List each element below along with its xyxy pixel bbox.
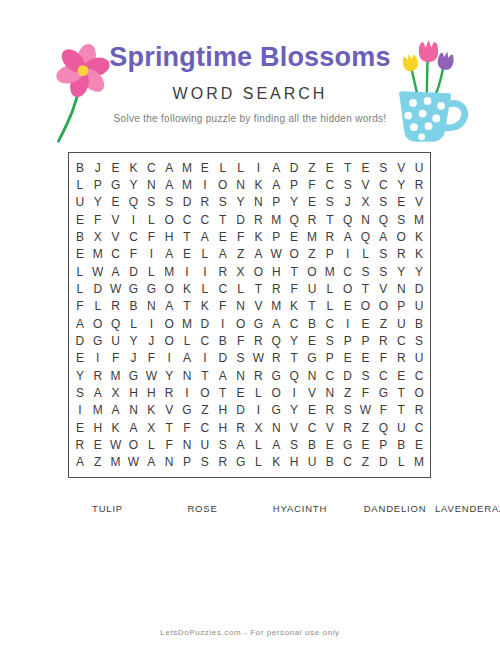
grid-cell[interactable]: O (232, 315, 250, 332)
grid-cell[interactable]: Y (125, 176, 143, 193)
grid-cell[interactable]: L (392, 454, 410, 471)
grid-cell[interactable]: C (321, 176, 339, 193)
grid-cell[interactable]: L (125, 315, 143, 332)
grid-cell[interactable]: A (214, 246, 232, 263)
grid-cell[interactable]: R (321, 228, 339, 245)
grid-cell[interactable]: H (285, 454, 303, 471)
grid-cell[interactable]: K (178, 280, 196, 297)
grid-cell[interactable]: O (392, 228, 410, 245)
grid-cell[interactable]: G (267, 367, 285, 384)
grid-cell[interactable]: N (178, 367, 196, 384)
grid-cell[interactable]: S (321, 332, 339, 349)
grid-cell[interactable]: G (374, 384, 392, 401)
grid-cell[interactable]: C (303, 419, 321, 436)
grid-cell[interactable]: W (142, 367, 160, 384)
grid-cell[interactable]: A (339, 228, 357, 245)
grid-cell[interactable]: I (196, 176, 214, 193)
grid-cell[interactable]: X (357, 194, 375, 211)
grid-cell[interactable]: F (125, 246, 143, 263)
grid-cell[interactable]: M (89, 246, 107, 263)
grid-cell[interactable]: R (160, 384, 178, 401)
grid-cell[interactable]: O (125, 436, 143, 453)
grid-cell[interactable]: S (339, 176, 357, 193)
grid-cell[interactable]: R (339, 419, 357, 436)
grid-cell[interactable]: K (410, 228, 428, 245)
grid-cell[interactable]: P (178, 454, 196, 471)
grid-cell[interactable]: E (357, 350, 375, 367)
grid-cell[interactable]: R (392, 350, 410, 367)
grid-cell[interactable]: N (232, 367, 250, 384)
grid-cell[interactable]: W (267, 246, 285, 263)
grid-cell[interactable]: N (357, 211, 375, 228)
grid-cell[interactable]: C (125, 228, 143, 245)
grid-cell[interactable]: A (267, 176, 285, 193)
grid-cell[interactable]: L (71, 176, 89, 193)
grid-cell[interactable]: I (89, 350, 107, 367)
grid-cell[interactable]: U (107, 332, 125, 349)
grid-cell[interactable]: M (303, 228, 321, 245)
grid-cell[interactable]: F (142, 350, 160, 367)
grid-cell[interactable]: H (267, 263, 285, 280)
grid-cell[interactable]: M (160, 263, 178, 280)
grid-cell[interactable]: T (339, 159, 357, 176)
grid-cell[interactable]: K (107, 419, 125, 436)
grid-cell[interactable]: I (339, 315, 357, 332)
grid-cell[interactable]: S (71, 384, 89, 401)
grid-cell[interactable]: M (178, 176, 196, 193)
grid-cell[interactable]: L (321, 280, 339, 297)
grid-cell[interactable]: O (339, 280, 357, 297)
grid-cell[interactable]: I (339, 246, 357, 263)
grid-cell[interactable]: E (89, 436, 107, 453)
grid-cell[interactable]: A (267, 159, 285, 176)
grid-cell[interactable]: F (178, 419, 196, 436)
grid-cell[interactable]: E (339, 350, 357, 367)
grid-cell[interactable]: A (160, 246, 178, 263)
grid-cell[interactable]: L (142, 436, 160, 453)
grid-cell[interactable]: K (196, 298, 214, 315)
grid-cell[interactable]: W (125, 454, 143, 471)
grid-cell[interactable]: C (107, 246, 125, 263)
grid-cell[interactable]: L (232, 159, 250, 176)
grid-cell[interactable]: M (178, 315, 196, 332)
grid-cell[interactable]: H (125, 384, 143, 401)
grid-cell[interactable]: N (267, 419, 285, 436)
grid-cell[interactable]: Q (374, 419, 392, 436)
grid-cell[interactable]: Y (160, 367, 178, 384)
grid-cell[interactable]: F (214, 298, 232, 315)
grid-cell[interactable]: T (392, 402, 410, 419)
grid-cell[interactable]: R (232, 419, 250, 436)
grid-cell[interactable]: U (410, 298, 428, 315)
grid-cell[interactable]: V (160, 402, 178, 419)
grid-cell[interactable]: V (285, 419, 303, 436)
grid-cell[interactable]: C (339, 454, 357, 471)
grid-cell[interactable]: V (250, 298, 268, 315)
grid-cell[interactable]: U (303, 280, 321, 297)
grid-cell[interactable]: S (374, 194, 392, 211)
grid-cell[interactable]: T (303, 298, 321, 315)
grid-cell[interactable]: C (178, 211, 196, 228)
grid-cell[interactable]: K (250, 228, 268, 245)
grid-cell[interactable]: I (71, 402, 89, 419)
grid-cell[interactable]: K (125, 159, 143, 176)
grid-cell[interactable]: E (410, 436, 428, 453)
grid-cell[interactable]: C (214, 280, 232, 297)
grid-cell[interactable]: I (142, 246, 160, 263)
grid-cell[interactable]: A (267, 436, 285, 453)
grid-cell[interactable]: S (285, 436, 303, 453)
grid-cell[interactable]: S (196, 454, 214, 471)
grid-cell[interactable]: L (142, 263, 160, 280)
grid-cell[interactable]: O (196, 384, 214, 401)
grid-cell[interactable]: E (303, 194, 321, 211)
grid-cell[interactable]: B (71, 228, 89, 245)
grid-cell[interactable]: L (357, 246, 375, 263)
grid-cell[interactable]: Y (71, 367, 89, 384)
grid-cell[interactable]: O (285, 246, 303, 263)
grid-cell[interactable]: P (267, 228, 285, 245)
grid-cell[interactable]: G (267, 402, 285, 419)
grid-cell[interactable]: U (410, 159, 428, 176)
grid-cell[interactable]: I (196, 350, 214, 367)
grid-cell[interactable]: I (250, 402, 268, 419)
grid-cell[interactable]: L (89, 298, 107, 315)
grid-cell[interactable]: O (160, 211, 178, 228)
grid-cell[interactable]: L (178, 332, 196, 349)
grid-cell[interactable]: E (196, 159, 214, 176)
grid-cell[interactable]: R (267, 350, 285, 367)
grid-cell[interactable]: T (357, 280, 375, 297)
grid-cell[interactable]: N (142, 298, 160, 315)
grid-cell[interactable]: B (303, 315, 321, 332)
grid-cell[interactable]: S (321, 194, 339, 211)
grid-cell[interactable]: D (196, 315, 214, 332)
grid-cell[interactable]: B (410, 315, 428, 332)
grid-cell[interactable]: X (250, 419, 268, 436)
grid-cell[interactable]: S (392, 211, 410, 228)
grid-cell[interactable]: T (196, 367, 214, 384)
grid-cell[interactable]: G (232, 454, 250, 471)
grid-cell[interactable]: Z (357, 419, 375, 436)
grid-cell[interactable]: E (303, 402, 321, 419)
grid-cell[interactable]: T (160, 419, 178, 436)
grid-cell[interactable]: D (339, 367, 357, 384)
grid-cell[interactable]: C (374, 367, 392, 384)
grid-cell[interactable]: J (125, 350, 143, 367)
grid-cell[interactable]: P (89, 176, 107, 193)
grid-cell[interactable]: Q (339, 211, 357, 228)
grid-cell[interactable]: R (250, 211, 268, 228)
grid-cell[interactable]: P (357, 332, 375, 349)
grid-cell[interactable]: R (267, 280, 285, 297)
grid-cell[interactable]: K (267, 454, 285, 471)
grid-cell[interactable]: D (214, 350, 232, 367)
grid-cell[interactable]: S (374, 246, 392, 263)
grid-cell[interactable]: X (89, 228, 107, 245)
grid-cell[interactable]: W (357, 402, 375, 419)
grid-cell[interactable]: G (303, 350, 321, 367)
grid-cell[interactable]: Z (339, 384, 357, 401)
grid-cell[interactable]: S (142, 194, 160, 211)
grid-cell[interactable]: C (196, 332, 214, 349)
grid-cell[interactable]: N (303, 367, 321, 384)
grid-cell[interactable]: I (250, 159, 268, 176)
grid-cell[interactable]: M (89, 402, 107, 419)
grid-cell[interactable]: M (178, 159, 196, 176)
grid-cell[interactable]: U (392, 419, 410, 436)
grid-cell[interactable]: E (357, 436, 375, 453)
grid-cell[interactable]: F (107, 350, 125, 367)
grid-cell[interactable]: P (374, 436, 392, 453)
grid-cell[interactable]: G (107, 176, 125, 193)
grid-cell[interactable]: E (357, 159, 375, 176)
grid-cell[interactable]: M (321, 263, 339, 280)
grid-cell[interactable]: U (410, 350, 428, 367)
grid-cell[interactable]: A (196, 228, 214, 245)
grid-cell[interactable]: D (232, 211, 250, 228)
grid-cell[interactable]: X (107, 384, 125, 401)
grid-cell[interactable]: P (321, 246, 339, 263)
grid-cell[interactable]: M (267, 298, 285, 315)
grid-cell[interactable]: A (232, 436, 250, 453)
grid-cell[interactable]: E (71, 419, 89, 436)
grid-cell[interactable]: K (410, 246, 428, 263)
grid-cell[interactable]: M (107, 367, 125, 384)
grid-cell[interactable]: G (125, 367, 143, 384)
grid-cell[interactable]: U (196, 436, 214, 453)
grid-cell[interactable]: V (107, 211, 125, 228)
grid-cell[interactable]: F (232, 332, 250, 349)
grid-cell[interactable]: Y (285, 194, 303, 211)
grid-cell[interactable]: N (232, 298, 250, 315)
grid-cell[interactable]: P (339, 332, 357, 349)
grid-cell[interactable]: Z (89, 454, 107, 471)
grid-cell[interactable]: V (321, 419, 339, 436)
grid-cell[interactable]: I (178, 384, 196, 401)
grid-cell[interactable]: T (285, 263, 303, 280)
grid-cell[interactable]: T (178, 228, 196, 245)
grid-cell[interactable]: F (71, 298, 89, 315)
grid-cell[interactable]: F (374, 350, 392, 367)
grid-cell[interactable]: Q (285, 211, 303, 228)
grid-cell[interactable]: R (392, 246, 410, 263)
grid-cell[interactable]: E (71, 350, 89, 367)
grid-cell[interactable]: R (214, 263, 232, 280)
grid-cell[interactable]: S (232, 350, 250, 367)
grid-cell[interactable]: C (285, 315, 303, 332)
grid-cell[interactable]: Y (392, 263, 410, 280)
grid-cell[interactable]: H (160, 228, 178, 245)
grid-cell[interactable]: S (357, 367, 375, 384)
grid-cell[interactable]: H (142, 384, 160, 401)
grid-cell[interactable]: L (250, 454, 268, 471)
grid-cell[interactable]: L (71, 280, 89, 297)
grid-cell[interactable]: B (392, 436, 410, 453)
grid-cell[interactable]: C (339, 263, 357, 280)
grid-cell[interactable]: A (125, 419, 143, 436)
grid-cell[interactable]: O (250, 263, 268, 280)
grid-cell[interactable]: I (160, 350, 178, 367)
grid-cell[interactable]: O (374, 298, 392, 315)
grid-cell[interactable]: A (178, 350, 196, 367)
grid-cell[interactable]: S (374, 263, 392, 280)
grid-cell[interactable]: R (214, 454, 232, 471)
grid-cell[interactable]: O (89, 315, 107, 332)
grid-cell[interactable]: N (250, 194, 268, 211)
grid-cell[interactable]: A (160, 298, 178, 315)
grid-cell[interactable]: R (303, 211, 321, 228)
grid-cell[interactable]: Y (285, 402, 303, 419)
grid-cell[interactable]: O (160, 280, 178, 297)
grid-cell[interactable]: R (196, 194, 214, 211)
grid-cell[interactable]: K (285, 298, 303, 315)
grid-cell[interactable]: I (285, 384, 303, 401)
grid-cell[interactable]: C (410, 367, 428, 384)
grid-cell[interactable]: A (142, 454, 160, 471)
grid-cell[interactable]: M (267, 211, 285, 228)
grid-cell[interactable]: C (410, 419, 428, 436)
grid-cell[interactable]: G (339, 436, 357, 453)
grid-cell[interactable]: M (107, 454, 125, 471)
grid-cell[interactable]: C (374, 176, 392, 193)
grid-cell[interactable]: C (321, 367, 339, 384)
grid-cell[interactable]: Q (267, 332, 285, 349)
grid-cell[interactable]: N (232, 176, 250, 193)
grid-cell[interactable]: G (125, 280, 143, 297)
grid-cell[interactable]: E (71, 211, 89, 228)
grid-cell[interactable]: S (339, 402, 357, 419)
grid-cell[interactable]: D (410, 280, 428, 297)
grid-cell[interactable]: L (214, 159, 232, 176)
grid-cell[interactable]: O (160, 315, 178, 332)
grid-cell[interactable]: Q (374, 211, 392, 228)
grid-cell[interactable]: G (89, 332, 107, 349)
grid-cell[interactable]: Z (357, 454, 375, 471)
grid-cell[interactable]: Q (285, 367, 303, 384)
grid-cell[interactable]: P (267, 194, 285, 211)
grid-cell[interactable]: F (160, 436, 178, 453)
grid-cell[interactable]: F (374, 402, 392, 419)
grid-cell[interactable]: E (339, 298, 357, 315)
grid-cell[interactable]: H (214, 402, 232, 419)
grid-cell[interactable]: X (232, 263, 250, 280)
grid-cell[interactable]: T (250, 280, 268, 297)
grid-cell[interactable]: L (250, 436, 268, 453)
grid-cell[interactable]: T (285, 350, 303, 367)
grid-cell[interactable]: Z (374, 315, 392, 332)
grid-cell[interactable]: Y (410, 263, 428, 280)
grid-cell[interactable]: I (214, 315, 232, 332)
grid-cell[interactable]: Z (196, 402, 214, 419)
grid-cell[interactable]: T (214, 384, 232, 401)
grid-cell[interactable]: I (142, 315, 160, 332)
grid-cell[interactable]: E (214, 228, 232, 245)
grid-cell[interactable]: B (125, 298, 143, 315)
grid-cell[interactable]: S (214, 194, 232, 211)
grid-cell[interactable]: D (232, 402, 250, 419)
grid-cell[interactable]: E (107, 159, 125, 176)
grid-cell[interactable]: I (178, 263, 196, 280)
grid-cell[interactable]: R (410, 176, 428, 193)
grid-cell[interactable]: H (214, 419, 232, 436)
grid-cell[interactable]: R (321, 402, 339, 419)
grid-cell[interactable]: T (178, 298, 196, 315)
grid-cell[interactable]: K (142, 402, 160, 419)
grid-cell[interactable]: F (89, 211, 107, 228)
grid-cell[interactable]: Z (232, 246, 250, 263)
grid-cell[interactable]: L (196, 246, 214, 263)
grid-cell[interactable]: G (142, 280, 160, 297)
grid-cell[interactable]: C (196, 211, 214, 228)
grid-cell[interactable]: L (196, 280, 214, 297)
grid-cell[interactable]: W (107, 280, 125, 297)
grid-cell[interactable]: R (107, 298, 125, 315)
grid-cell[interactable]: E (321, 436, 339, 453)
grid-cell[interactable]: N (321, 384, 339, 401)
grid-cell[interactable]: K (250, 176, 268, 193)
grid-cell[interactable]: W (250, 350, 268, 367)
grid-cell[interactable]: C (142, 159, 160, 176)
grid-cell[interactable]: L (71, 263, 89, 280)
grid-cell[interactable]: D (374, 454, 392, 471)
grid-cell[interactable]: A (71, 454, 89, 471)
grid-cell[interactable]: Q (125, 194, 143, 211)
grid-cell[interactable]: E (392, 194, 410, 211)
grid-cell[interactable]: Y (125, 332, 143, 349)
grid-cell[interactable]: J (142, 332, 160, 349)
grid-cell[interactable]: R (71, 436, 89, 453)
grid-cell[interactable]: F (285, 280, 303, 297)
grid-cell[interactable]: N (125, 402, 143, 419)
grid-cell[interactable]: W (107, 436, 125, 453)
grid-cell[interactable]: Y (285, 332, 303, 349)
grid-cell[interactable]: B (303, 436, 321, 453)
grid-cell[interactable]: P (321, 350, 339, 367)
grid-cell[interactable]: D (89, 280, 107, 297)
grid-cell[interactable]: A (214, 367, 232, 384)
grid-cell[interactable]: V (303, 384, 321, 401)
grid-cell[interactable]: E (392, 367, 410, 384)
grid-cell[interactable]: Y (392, 176, 410, 193)
grid-cell[interactable]: V (107, 228, 125, 245)
grid-cell[interactable]: N (160, 454, 178, 471)
grid-cell[interactable]: A (267, 315, 285, 332)
grid-cell[interactable]: R (250, 367, 268, 384)
grid-cell[interactable]: G (250, 315, 268, 332)
grid-cell[interactable]: L (250, 384, 268, 401)
grid-cell[interactable]: F (357, 384, 375, 401)
grid-cell[interactable]: J (89, 159, 107, 176)
grid-cell[interactable]: R (250, 332, 268, 349)
grid-cell[interactable]: Z (303, 159, 321, 176)
grid-cell[interactable]: N (142, 176, 160, 193)
grid-cell[interactable]: C (196, 419, 214, 436)
grid-cell[interactable]: M (410, 211, 428, 228)
grid-cell[interactable]: D (71, 332, 89, 349)
grid-cell[interactable]: S (160, 194, 178, 211)
grid-cell[interactable]: J (339, 194, 357, 211)
grid-cell[interactable]: Q (357, 228, 375, 245)
grid-cell[interactable]: E (71, 246, 89, 263)
grid-cell[interactable]: W (89, 263, 107, 280)
grid-cell[interactable]: L (321, 298, 339, 315)
grid-cell[interactable]: R (374, 332, 392, 349)
grid-cell[interactable]: A (89, 384, 107, 401)
grid-cell[interactable]: D (178, 194, 196, 211)
grid-cell[interactable]: T (321, 211, 339, 228)
grid-cell[interactable]: R (410, 402, 428, 419)
